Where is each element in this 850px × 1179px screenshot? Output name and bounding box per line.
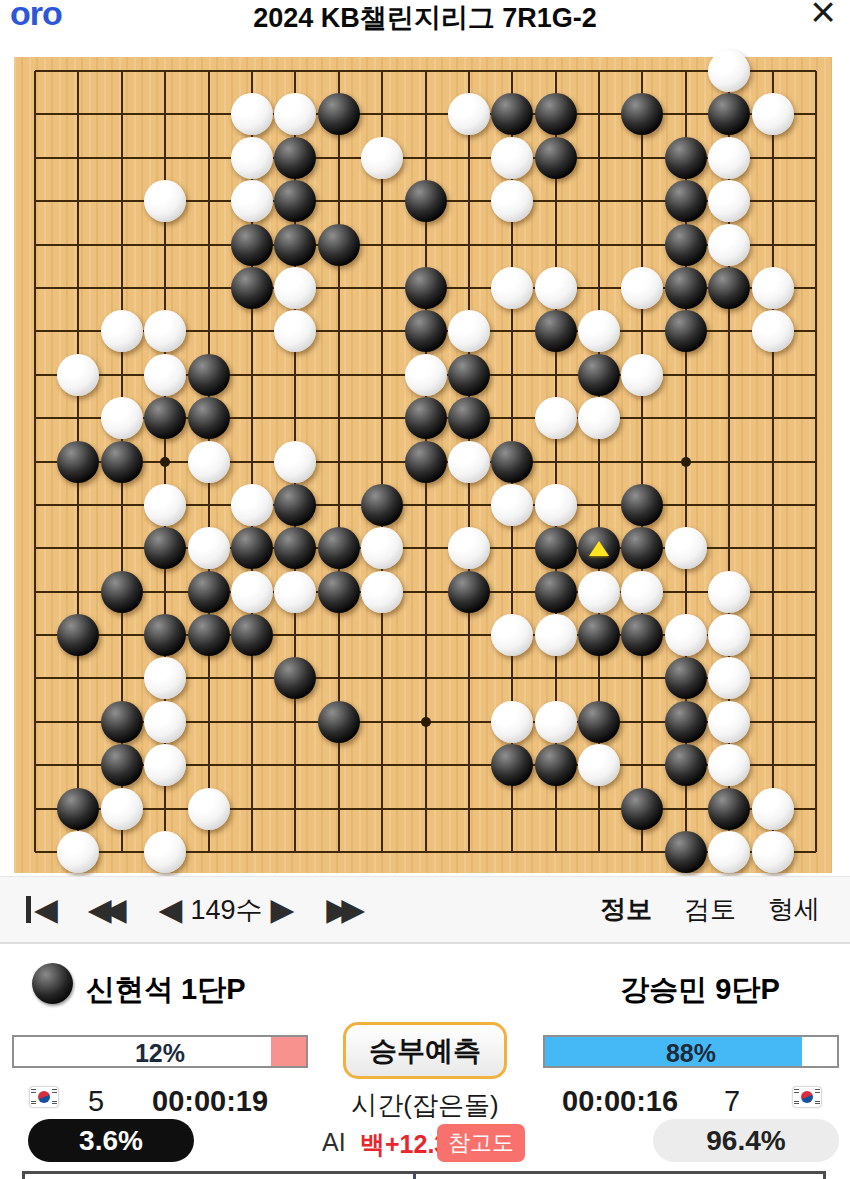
white-stone — [621, 571, 663, 613]
black-stone — [361, 484, 403, 526]
white-stone — [448, 527, 490, 569]
move-nav-bar: ◀ ◀ ◀ ◀ 149수 ▶ ▶ ▶ 정보 검토 형세 — [0, 876, 850, 944]
black-stone — [491, 93, 533, 135]
black-stone — [144, 397, 186, 439]
black-stone — [101, 571, 143, 613]
black-stone — [318, 527, 360, 569]
white-stone — [578, 310, 620, 352]
black-stone — [448, 571, 490, 613]
black-stone — [405, 180, 447, 222]
white-stone — [57, 831, 99, 873]
go-board[interactable] — [14, 57, 832, 873]
white-stone — [535, 614, 577, 656]
black-stone — [708, 93, 750, 135]
white-player-name: 강승민 9단P — [560, 970, 840, 1010]
predict-button[interactable]: 승부예측 — [343, 1022, 507, 1079]
black-stone — [535, 744, 577, 786]
black-stone — [231, 527, 273, 569]
white-stone — [708, 831, 750, 873]
black-stone — [318, 701, 360, 743]
grid-line — [772, 71, 774, 852]
black-stone — [101, 701, 143, 743]
white-stone — [188, 441, 230, 483]
black-stone — [231, 267, 273, 309]
black-stone — [665, 137, 707, 179]
move-counter: 149수 — [190, 892, 262, 928]
black-stone — [101, 441, 143, 483]
white-stone — [361, 571, 403, 613]
white-stone — [491, 484, 533, 526]
black-stone — [101, 744, 143, 786]
white-stone — [231, 93, 273, 135]
black-stone — [535, 527, 577, 569]
white-stone — [361, 527, 403, 569]
ai-eval: 백+12.3 — [360, 1128, 448, 1161]
white-stone — [448, 93, 490, 135]
white-stone — [708, 180, 750, 222]
white-stone — [144, 310, 186, 352]
white-stone — [752, 788, 794, 830]
last-move-marker — [589, 541, 609, 556]
white-stone — [621, 354, 663, 396]
black-stone — [231, 614, 273, 656]
white-stone — [491, 137, 533, 179]
white-stone — [621, 267, 663, 309]
ai-label: AI — [322, 1128, 346, 1157]
white-stone — [708, 50, 750, 92]
white-stone — [708, 571, 750, 613]
to-start-bar-icon — [26, 896, 31, 923]
black-stone — [621, 788, 663, 830]
black-stone — [318, 571, 360, 613]
black-stone — [665, 744, 707, 786]
black-stone — [665, 701, 707, 743]
forward-button[interactable]: ▶ — [270, 894, 294, 925]
fast-forward-button[interactable]: ▶ ▶ — [326, 894, 365, 925]
black-stone — [274, 180, 316, 222]
step-forward-icon: ▶ — [270, 894, 294, 925]
black-stone — [665, 657, 707, 699]
fast-back-button[interactable]: ◀ ◀ — [88, 894, 127, 925]
white-time: 00:00:16 — [562, 1085, 678, 1118]
white-stone — [535, 397, 577, 439]
black-player-name: 신현석 1단P — [86, 970, 246, 1010]
white-winrate-label: 88% — [545, 1039, 837, 1068]
black-stone — [144, 614, 186, 656]
white-stone — [144, 744, 186, 786]
black-stone — [188, 571, 230, 613]
white-stone — [231, 571, 273, 613]
black-stone — [708, 788, 750, 830]
black-winrate-bar: 12% — [12, 1035, 308, 1068]
white-stone — [578, 571, 620, 613]
white-stone — [448, 441, 490, 483]
black-stone — [491, 441, 533, 483]
black-winrate-label: 12% — [14, 1039, 306, 1068]
black-stone — [621, 484, 663, 526]
back-button[interactable]: ◀ — [159, 894, 183, 925]
white-stone — [752, 267, 794, 309]
grid-line — [35, 591, 816, 593]
black-stone — [405, 310, 447, 352]
black-stone — [318, 224, 360, 266]
white-stone — [708, 657, 750, 699]
info-table-edge — [22, 1171, 826, 1179]
white-territory-pill: 96.4% — [653, 1119, 839, 1162]
black-stone — [274, 137, 316, 179]
white-stone — [274, 571, 316, 613]
black-territory-pill: 3.6% — [28, 1119, 194, 1162]
grid-line — [815, 71, 817, 852]
black-stone — [274, 484, 316, 526]
white-stone — [448, 310, 490, 352]
black-stone — [578, 614, 620, 656]
white-stone — [578, 744, 620, 786]
white-stone — [752, 93, 794, 135]
nav-menu: 정보 검토 형세 — [600, 892, 820, 927]
step-forward-icon: ▶ — [341, 894, 365, 925]
white-winrate-bar: 88% — [543, 1035, 839, 1068]
black-stone — [535, 137, 577, 179]
white-stone — [101, 310, 143, 352]
step-back-icon: ◀ — [159, 894, 183, 925]
grid-line — [35, 808, 816, 810]
white-stone — [708, 224, 750, 266]
menu-territory[interactable]: 형세 — [768, 892, 820, 927]
black-stone — [578, 527, 620, 569]
white-stone — [535, 484, 577, 526]
black-stone — [405, 441, 447, 483]
black-stone — [578, 354, 620, 396]
black-stone — [621, 527, 663, 569]
black-time: 00:00:19 — [152, 1085, 268, 1118]
black-captures: 5 — [88, 1085, 104, 1118]
white-stone — [274, 93, 316, 135]
black-stone — [405, 397, 447, 439]
black-stone — [57, 788, 99, 830]
white-stone — [144, 180, 186, 222]
white-stone — [578, 397, 620, 439]
black-stone — [274, 527, 316, 569]
black-stone — [274, 224, 316, 266]
close-icon[interactable]: × — [810, 0, 836, 34]
white-captures: 7 — [724, 1085, 740, 1118]
white-stone — [144, 354, 186, 396]
star-point — [681, 457, 691, 467]
black-stone — [535, 93, 577, 135]
white-stone — [361, 137, 403, 179]
black-stone — [665, 224, 707, 266]
black-stone — [405, 267, 447, 309]
white-stone — [144, 831, 186, 873]
black-stone — [708, 267, 750, 309]
time-caption: 시간(잡은돌) — [300, 1088, 550, 1123]
black-player-stone-icon — [32, 963, 73, 1004]
white-stone — [665, 527, 707, 569]
white-stone — [188, 788, 230, 830]
white-stone — [144, 701, 186, 743]
white-stone — [101, 788, 143, 830]
star-point — [160, 457, 170, 467]
white-stone — [274, 267, 316, 309]
korea-flag-icon — [30, 1087, 58, 1107]
white-stone — [144, 657, 186, 699]
black-stone — [188, 397, 230, 439]
black-stone — [535, 310, 577, 352]
korea-flag-icon — [793, 1087, 821, 1107]
white-stone — [708, 137, 750, 179]
white-stone — [405, 354, 447, 396]
white-stone — [708, 701, 750, 743]
black-stone — [188, 354, 230, 396]
app-screen: oro 2024 KB챌린지리그 7R1G-2 × ◀ ◀ ◀ ◀ 149수 ▶… — [0, 0, 850, 1179]
white-stone — [491, 614, 533, 656]
white-stone — [231, 484, 273, 526]
white-stone — [752, 310, 794, 352]
black-stone — [621, 614, 663, 656]
white-stone — [144, 484, 186, 526]
black-stone — [665, 831, 707, 873]
menu-review[interactable]: 검토 — [684, 892, 736, 927]
white-stone — [274, 310, 316, 352]
to-start-button[interactable]: ◀ — [26, 894, 58, 925]
white-stone — [491, 180, 533, 222]
black-stone — [231, 224, 273, 266]
go-board-grid — [35, 71, 816, 852]
grid-line — [641, 71, 643, 852]
star-point — [421, 717, 431, 727]
black-stone — [448, 397, 490, 439]
black-stone — [535, 571, 577, 613]
white-stone — [491, 267, 533, 309]
page-title: 2024 KB챌린지리그 7R1G-2 — [0, 0, 850, 36]
white-stone — [708, 744, 750, 786]
white-stone — [231, 137, 273, 179]
black-stone — [665, 180, 707, 222]
black-stone — [188, 614, 230, 656]
black-stone — [57, 441, 99, 483]
black-stone — [448, 354, 490, 396]
header: oro 2024 KB챌린지리그 7R1G-2 × — [0, 0, 850, 30]
black-stone — [621, 93, 663, 135]
black-stone — [318, 93, 360, 135]
white-stone — [535, 267, 577, 309]
white-stone — [708, 614, 750, 656]
white-stone — [535, 701, 577, 743]
white-stone — [57, 354, 99, 396]
step-back-icon: ◀ — [103, 894, 127, 925]
black-stone — [144, 527, 186, 569]
step-back-icon: ◀ — [34, 894, 58, 925]
black-stone — [57, 614, 99, 656]
white-stone — [491, 701, 533, 743]
reference-diagram-button[interactable]: 참고도 — [437, 1124, 525, 1162]
white-stone — [665, 614, 707, 656]
white-stone — [231, 180, 273, 222]
black-stone — [665, 310, 707, 352]
white-stone — [188, 527, 230, 569]
black-stone — [665, 267, 707, 309]
white-stone — [274, 441, 316, 483]
black-stone — [274, 657, 316, 699]
black-stone — [491, 744, 533, 786]
white-stone — [101, 397, 143, 439]
black-stone — [578, 701, 620, 743]
menu-info[interactable]: 정보 — [600, 892, 652, 927]
white-stone — [752, 831, 794, 873]
